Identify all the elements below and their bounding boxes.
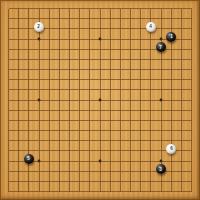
move-number: 4 <box>150 25 153 30</box>
move-number: 2 <box>38 25 41 30</box>
stone-white-P17: 4 <box>146 22 157 33</box>
go-board[interactable]: 1234567 <box>0 0 200 200</box>
move-number: 7 <box>160 45 163 50</box>
move-number: 1 <box>170 35 173 40</box>
grid-lines <box>0 0 200 200</box>
move-number: 6 <box>170 147 173 152</box>
move-number: 5 <box>28 157 31 162</box>
move-number: 3 <box>160 167 163 172</box>
